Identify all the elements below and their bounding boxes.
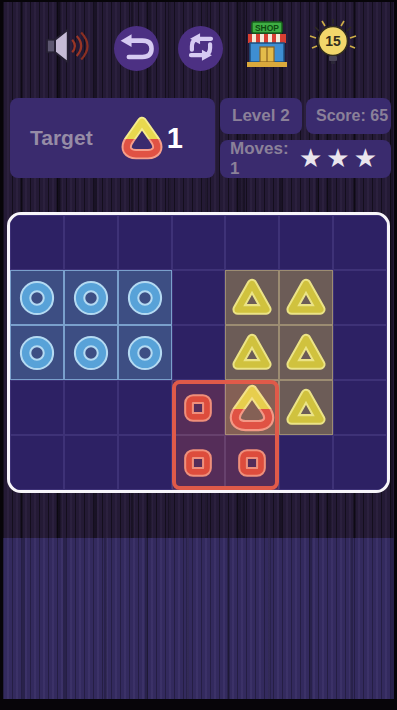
level-panel: Level 2 xyxy=(220,98,302,134)
moves-panel: Moves: 1 ★★★ xyxy=(220,140,391,178)
game-screen: SHOP xyxy=(0,0,397,710)
blue-circle-piece xyxy=(15,276,59,320)
board-cell-r3c4 xyxy=(172,325,226,380)
board-cell-r5c3 xyxy=(118,435,172,490)
board-cell-r4c4[interactable] xyxy=(172,380,226,435)
board-cell-r3c3[interactable] xyxy=(118,325,172,380)
sound-button[interactable] xyxy=(38,24,92,72)
target-count: 1 xyxy=(167,122,183,155)
board-cell-r1c2 xyxy=(64,215,118,270)
board-cell-r5c5[interactable] xyxy=(225,435,279,490)
board-cell-r1c1 xyxy=(10,215,64,270)
board-cell-r2c5[interactable] xyxy=(225,270,279,325)
moves-label: Moves: 1 xyxy=(230,139,299,179)
yellow-triangle-piece xyxy=(284,386,328,430)
yellow-triangle-piece xyxy=(284,331,328,375)
hint-button[interactable]: 15 xyxy=(308,19,358,77)
board-cell-r2c4 xyxy=(172,270,226,325)
merged-target-piece xyxy=(119,115,165,161)
board-cell-r4c7 xyxy=(333,380,387,435)
blue-circle-piece xyxy=(15,331,59,375)
yellow-triangle-piece xyxy=(230,331,274,375)
red-square-piece xyxy=(176,441,220,485)
board-grid xyxy=(10,215,387,490)
background-bottom xyxy=(3,538,394,699)
speaker-icon xyxy=(38,24,92,72)
board-cell-r1c3 xyxy=(118,215,172,270)
merged-target-piece xyxy=(227,383,277,433)
target-shape-icon xyxy=(119,115,165,161)
yellow-triangle-piece xyxy=(284,276,328,320)
score-panel: Score: 65 xyxy=(306,98,391,134)
board-cell-r4c6[interactable] xyxy=(279,380,333,435)
board-cell-r3c1[interactable] xyxy=(10,325,64,380)
board-cell-r1c7 xyxy=(333,215,387,270)
svg-text:15: 15 xyxy=(325,33,341,49)
board-cell-r2c1[interactable] xyxy=(10,270,64,325)
stars: ★★★ xyxy=(299,145,381,171)
board-cell-r5c1 xyxy=(10,435,64,490)
shop-icon: SHOP xyxy=(243,21,291,75)
blue-circle-piece xyxy=(123,276,167,320)
board-cell-r1c4 xyxy=(172,215,226,270)
lightbulb-icon: 15 xyxy=(308,19,358,77)
blue-circle-piece xyxy=(69,331,113,375)
board-cell-r5c2 xyxy=(64,435,118,490)
board-cell-r5c6 xyxy=(279,435,333,490)
blue-circle-piece xyxy=(69,276,113,320)
board-cell-r1c6 xyxy=(279,215,333,270)
target-label: Target xyxy=(30,126,93,150)
restart-button[interactable] xyxy=(178,26,223,71)
blue-circle-piece xyxy=(123,331,167,375)
board-cell-r5c7 xyxy=(333,435,387,490)
board-cell-r4c1 xyxy=(10,380,64,435)
board-cell-r4c2 xyxy=(64,380,118,435)
board-cell-r3c5[interactable] xyxy=(225,325,279,380)
red-square-piece xyxy=(176,386,220,430)
board-cell-r5c4[interactable] xyxy=(172,435,226,490)
shop-button[interactable]: SHOP xyxy=(243,21,291,75)
board-cell-r1c5 xyxy=(225,215,279,270)
board-cell-r2c7 xyxy=(333,270,387,325)
game-board xyxy=(7,212,390,493)
board-cell-r2c6[interactable] xyxy=(279,270,333,325)
undo-button[interactable] xyxy=(114,26,159,71)
board-cell-r4c3 xyxy=(118,380,172,435)
svg-text:SHOP: SHOP xyxy=(255,23,279,33)
undo-icon xyxy=(117,27,157,71)
board-cell-r4c5[interactable] xyxy=(225,380,279,435)
target-panel: Target 1 xyxy=(10,98,215,178)
yellow-triangle-piece xyxy=(230,276,274,320)
score-label: Score: 65 xyxy=(316,107,388,125)
board-cell-r3c6[interactable] xyxy=(279,325,333,380)
restart-icon xyxy=(181,27,221,71)
board-cell-r3c7 xyxy=(333,325,387,380)
board-cell-r2c3[interactable] xyxy=(118,270,172,325)
red-square-piece xyxy=(230,441,274,485)
board-cell-r3c2[interactable] xyxy=(64,325,118,380)
level-label: Level 2 xyxy=(232,106,290,126)
board-cell-r2c2[interactable] xyxy=(64,270,118,325)
